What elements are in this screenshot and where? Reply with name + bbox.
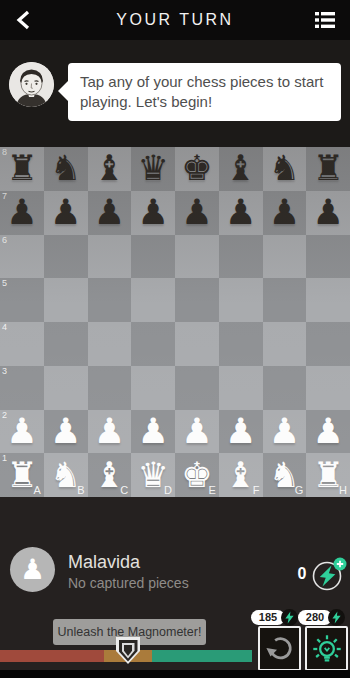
- square-f2[interactable]: ♟: [219, 410, 263, 454]
- square-h5[interactable]: [306, 278, 350, 322]
- square-g5[interactable]: [263, 278, 307, 322]
- white-bishop: ♝: [225, 458, 256, 493]
- square-e8[interactable]: ♚: [175, 147, 219, 191]
- square-f8[interactable]: ♝: [219, 147, 263, 191]
- square-a3[interactable]: 3: [0, 366, 44, 410]
- square-c6[interactable]: [88, 235, 132, 279]
- square-b6[interactable]: [44, 235, 88, 279]
- rank-label: 3: [2, 367, 7, 376]
- square-e4[interactable]: [175, 322, 219, 366]
- captured-pieces-status: No captured pieces: [68, 575, 189, 591]
- square-g8[interactable]: ♞: [263, 147, 307, 191]
- square-b7[interactable]: ♟: [44, 191, 88, 235]
- black-bishop: ♝: [225, 151, 256, 186]
- rank-label: 6: [2, 236, 7, 245]
- rank-label: 5: [2, 279, 7, 288]
- list-icon: [314, 10, 336, 30]
- square-c1[interactable]: C♝: [88, 453, 132, 497]
- file-label: C: [120, 485, 128, 496]
- square-d2[interactable]: ♟: [131, 410, 175, 454]
- white-pawn-avatar-icon: ♟: [20, 556, 45, 584]
- undo-cost-badge: 185: [251, 610, 285, 625]
- black-knight: ♞: [269, 151, 300, 186]
- square-e2[interactable]: ♟: [175, 410, 219, 454]
- square-h1[interactable]: H♜: [306, 453, 350, 497]
- square-a8[interactable]: 8♜: [0, 147, 44, 191]
- square-f6[interactable]: [219, 235, 263, 279]
- square-c3[interactable]: [88, 366, 132, 410]
- square-b5[interactable]: [44, 278, 88, 322]
- file-label: D: [164, 485, 172, 496]
- hint-button[interactable]: [305, 626, 348, 671]
- square-c8[interactable]: ♝: [88, 147, 132, 191]
- square-c4[interactable]: [88, 322, 132, 366]
- black-queen: ♛: [137, 151, 168, 186]
- coach-message: Tap any of your chess pieces to start pl…: [80, 73, 323, 110]
- file-label: G: [295, 485, 304, 496]
- square-g6[interactable]: [263, 235, 307, 279]
- undo-button[interactable]: [258, 626, 301, 671]
- square-d5[interactable]: [131, 278, 175, 322]
- black-pawn: ♟: [6, 195, 37, 230]
- white-pawn: ♟: [6, 414, 37, 449]
- square-d3[interactable]: [131, 366, 175, 410]
- square-h7[interactable]: ♟: [306, 191, 350, 235]
- square-b3[interactable]: [44, 366, 88, 410]
- rank-label: 2: [2, 411, 7, 420]
- square-c7[interactable]: ♟: [88, 191, 132, 235]
- file-label: E: [208, 485, 215, 496]
- player-name: Malavida: [68, 552, 140, 573]
- lightbulb-icon: [311, 633, 343, 665]
- hint-cost-bolt-icon: [328, 609, 345, 626]
- square-e6[interactable]: [175, 235, 219, 279]
- file-label: H: [339, 485, 347, 496]
- square-d8[interactable]: ♛: [131, 147, 175, 191]
- coach-avatar: [9, 62, 54, 107]
- square-g4[interactable]: [263, 322, 307, 366]
- square-d4[interactable]: [131, 322, 175, 366]
- square-h2[interactable]: ♟: [306, 410, 350, 454]
- square-f4[interactable]: [219, 322, 263, 366]
- chevron-left-icon: [14, 8, 36, 32]
- square-b1[interactable]: B♞: [44, 453, 88, 497]
- black-pawn: ♟: [225, 195, 256, 230]
- square-f1[interactable]: F♝: [219, 453, 263, 497]
- undo-cost-bolt-icon: [281, 609, 298, 626]
- page-title: YOUR TURN: [0, 11, 350, 29]
- square-e7[interactable]: ♟: [175, 191, 219, 235]
- square-a5[interactable]: 5: [0, 278, 44, 322]
- app-screen: YOUR TURN: [0, 0, 350, 678]
- square-a7[interactable]: 7♟: [0, 191, 44, 235]
- file-label: B: [77, 485, 84, 496]
- square-b2[interactable]: ♟: [44, 410, 88, 454]
- rank-label: 4: [2, 323, 7, 332]
- hint-cost-badge: 280: [298, 610, 332, 625]
- energy-button[interactable]: [311, 555, 349, 595]
- square-d1[interactable]: D♛: [131, 453, 175, 497]
- square-a1[interactable]: 1A♜: [0, 453, 44, 497]
- square-f5[interactable]: [219, 278, 263, 322]
- black-pawn: ♟: [181, 195, 212, 230]
- white-pawn: ♟: [94, 414, 125, 449]
- bottom-strip: [0, 670, 350, 678]
- square-g3[interactable]: [263, 366, 307, 410]
- square-c5[interactable]: [88, 278, 132, 322]
- back-button[interactable]: [12, 7, 38, 33]
- black-knight: ♞: [50, 151, 81, 186]
- square-h8[interactable]: ♜: [306, 147, 350, 191]
- rank-label: 1: [2, 454, 7, 463]
- energy-count: 0: [293, 565, 311, 583]
- square-e1[interactable]: E♚: [175, 453, 219, 497]
- menu-button[interactable]: [312, 7, 338, 33]
- rank-label: 7: [2, 192, 7, 201]
- white-pawn: ♟: [137, 414, 168, 449]
- black-rook: ♜: [312, 151, 343, 186]
- file-label: F: [253, 485, 260, 496]
- square-f3[interactable]: [219, 366, 263, 410]
- magnometer-pointer[interactable]: [116, 637, 140, 664]
- meter-segment-green: [152, 650, 252, 662]
- white-pawn: ♟: [312, 414, 343, 449]
- coach-face-illustration: [9, 62, 54, 107]
- black-bishop: ♝: [94, 151, 125, 186]
- black-pawn: ♟: [312, 195, 343, 230]
- square-h6[interactable]: [306, 235, 350, 279]
- white-pawn: ♟: [269, 414, 300, 449]
- coach-speech-bubble: Tap any of your chess pieces to start pl…: [68, 63, 341, 121]
- square-a2[interactable]: 2♟: [0, 410, 44, 454]
- square-a4[interactable]: 4: [0, 322, 44, 366]
- black-king: ♚: [181, 151, 212, 186]
- square-h4[interactable]: [306, 322, 350, 366]
- square-b8[interactable]: ♞: [44, 147, 88, 191]
- square-d7[interactable]: ♟: [131, 191, 175, 235]
- square-f7[interactable]: ♟: [219, 191, 263, 235]
- undo-arrow-icon: [265, 634, 295, 664]
- energy-bolt-icon: [311, 555, 349, 595]
- square-g7[interactable]: ♟: [263, 191, 307, 235]
- square-b4[interactable]: [44, 322, 88, 366]
- coach-panel: Tap any of your chess pieces to start pl…: [0, 40, 350, 147]
- square-c2[interactable]: ♟: [88, 410, 132, 454]
- square-a6[interactable]: 6: [0, 235, 44, 279]
- chess-board: 8♜♞♝♛♚♝♞♜7♟♟♟♟♟♟♟♟65432♟♟♟♟♟♟♟♟1A♜B♞C♝D♛…: [0, 147, 350, 497]
- top-bar: YOUR TURN: [0, 0, 350, 40]
- black-pawn: ♟: [94, 195, 125, 230]
- rank-label: 8: [2, 148, 7, 157]
- white-pawn: ♟: [50, 414, 81, 449]
- player-avatar: ♟: [10, 547, 55, 592]
- white-pawn: ♟: [181, 414, 212, 449]
- file-label: A: [33, 485, 40, 496]
- square-h3[interactable]: [306, 366, 350, 410]
- square-e5[interactable]: [175, 278, 219, 322]
- square-d6[interactable]: [131, 235, 175, 279]
- black-rook: ♜: [6, 151, 37, 186]
- black-pawn: ♟: [269, 195, 300, 230]
- square-g2[interactable]: ♟: [263, 410, 307, 454]
- square-g1[interactable]: G♞: [263, 453, 307, 497]
- black-pawn: ♟: [137, 195, 168, 230]
- square-e3[interactable]: [175, 366, 219, 410]
- black-pawn: ♟: [50, 195, 81, 230]
- white-pawn: ♟: [225, 414, 256, 449]
- meter-segment-red: [0, 650, 104, 662]
